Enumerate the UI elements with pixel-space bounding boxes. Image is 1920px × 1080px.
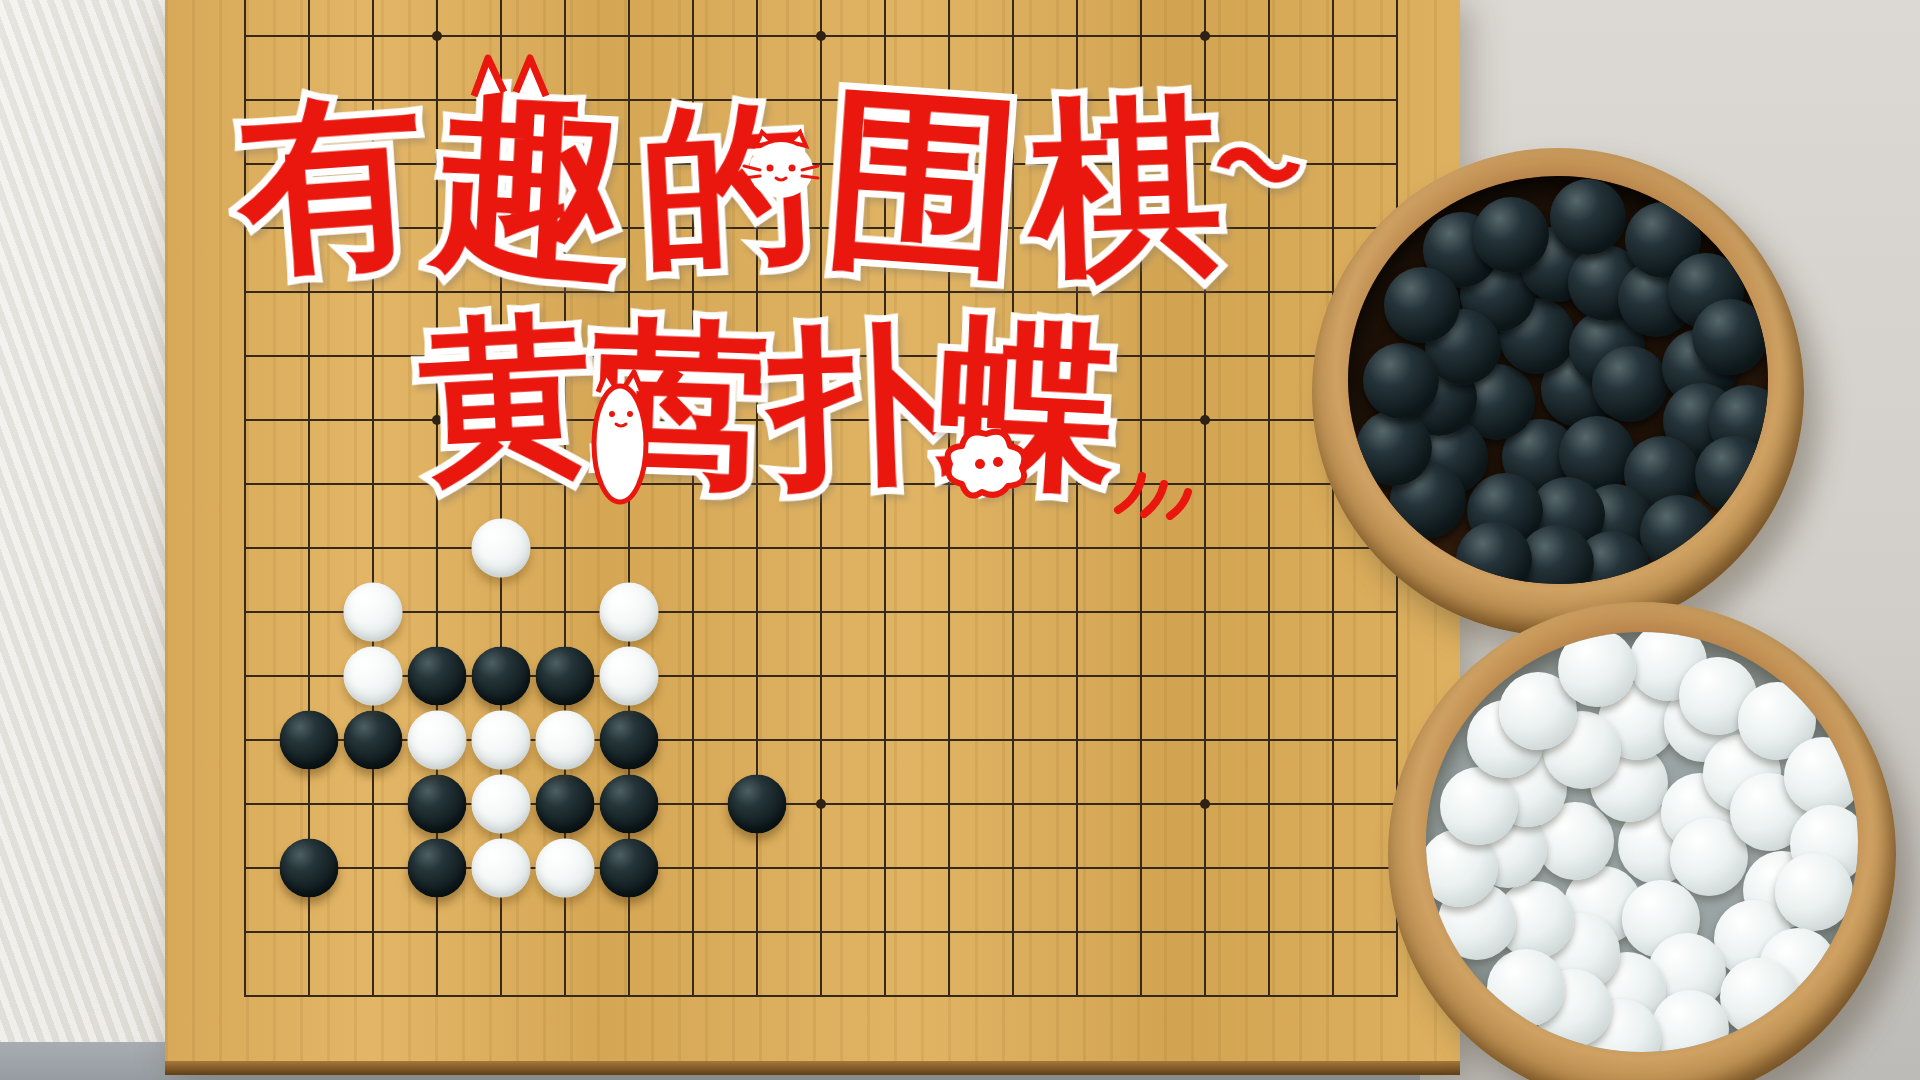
white-stone: [472, 839, 531, 898]
star-point: [432, 31, 442, 41]
black-stone: [408, 647, 467, 706]
star-point: [1200, 31, 1210, 41]
white-cat-doodle: [584, 366, 654, 506]
black-stone-in-bowl: [1550, 179, 1626, 255]
white-stone: [536, 711, 595, 770]
grid-line-vertical: [1332, 0, 1334, 996]
white-stone: [600, 583, 659, 642]
black-stone: [344, 711, 403, 770]
title-character: 有: [232, 86, 431, 285]
white-stone: [536, 839, 595, 898]
black-stones-bowl-opening: [1348, 176, 1768, 584]
white-stone-in-bowl: [1784, 737, 1858, 815]
white-stones-bowl-opening: [1426, 632, 1858, 1052]
title-character: 围: [819, 77, 1028, 286]
black-stone: [280, 839, 339, 898]
star-point: [816, 31, 826, 41]
black-stone-in-bowl: [1695, 436, 1768, 512]
black-stone-in-bowl: [1363, 343, 1439, 419]
black-stone: [600, 711, 659, 770]
black-stone-in-bowl: [1692, 299, 1768, 375]
grid-line-horizontal: [244, 931, 1398, 933]
white-stone-in-bowl: [1440, 767, 1518, 845]
white-stone-in-bowl: [1487, 949, 1565, 1027]
black-stone: [536, 647, 595, 706]
black-stone-in-bowl: [1384, 267, 1460, 343]
white-stone: [344, 583, 403, 642]
black-stone: [408, 839, 467, 898]
grid-line-horizontal: [244, 547, 1398, 549]
white-stone: [344, 647, 403, 706]
puff-cloud-doodle: [940, 422, 1036, 506]
grid-line-horizontal: [244, 995, 1398, 997]
title-character: 黄: [416, 308, 597, 489]
star-point: [816, 799, 826, 809]
black-stone: [728, 775, 787, 834]
grid-line-horizontal: [244, 611, 1398, 613]
go-board-front-edge: [165, 1061, 1460, 1075]
black-stone: [472, 647, 531, 706]
bowl-of-white-stones: [1388, 602, 1896, 1080]
black-stone: [408, 775, 467, 834]
white-stone-in-bowl: [1651, 990, 1729, 1052]
white-stone-in-bowl: [1720, 958, 1798, 1036]
go-photo-scene: 有趣的围棋～ 黄莺扑蝶 有趣的围棋～ 黄莺扑蝶: [0, 0, 1920, 1080]
black-stone-in-bowl: [1592, 346, 1668, 422]
bowl-of-black-stones: [1312, 148, 1804, 636]
white-stone: [408, 711, 467, 770]
cat-ears-doodle: [468, 52, 552, 98]
white-stone: [472, 711, 531, 770]
white-stone: [600, 647, 659, 706]
white-stone-in-bowl: [1775, 853, 1853, 931]
white-stone: [472, 775, 531, 834]
cat-face-doodle: [742, 128, 820, 202]
black-stone-in-bowl: [1356, 410, 1432, 486]
black-stone: [600, 775, 659, 834]
black-stone: [536, 775, 595, 834]
black-stone: [600, 839, 659, 898]
black-stone-in-bowl: [1473, 197, 1549, 273]
title-character: 趣: [427, 79, 633, 285]
white-stone: [472, 519, 531, 578]
speed-lines-doodle: [1108, 440, 1198, 520]
white-stone-in-bowl: [1558, 632, 1636, 707]
star-point: [1200, 415, 1210, 425]
star-point: [1200, 799, 1210, 809]
title-character: 扑: [767, 317, 945, 495]
black-stone-in-bowl: [1640, 495, 1716, 571]
black-stone: [280, 711, 339, 770]
